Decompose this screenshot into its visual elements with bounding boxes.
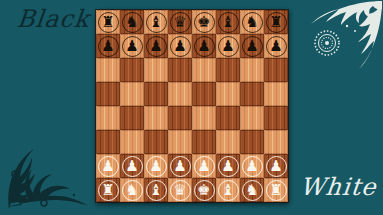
square-c6[interactable] — [144, 58, 168, 82]
square-c3[interactable] — [144, 130, 168, 154]
square-a5[interactable] — [96, 82, 120, 106]
square-d3[interactable] — [168, 130, 192, 154]
square-g4[interactable] — [240, 106, 264, 130]
square-b2[interactable]: ♟ — [120, 154, 144, 178]
square-g8[interactable]: ♞ — [240, 10, 264, 34]
square-h3[interactable] — [264, 130, 288, 154]
piece-white-rook: ♜ — [101, 182, 114, 197]
square-h5[interactable] — [264, 82, 288, 106]
piece-black-pawn: ♟ — [245, 38, 258, 53]
square-a7[interactable]: ♟ — [96, 34, 120, 58]
piece-black-pawn: ♟ — [197, 38, 210, 53]
square-g2[interactable]: ♟ — [240, 154, 264, 178]
square-b3[interactable] — [120, 130, 144, 154]
square-a4[interactable] — [96, 106, 120, 130]
piece-white-pawn: ♟ — [269, 158, 282, 173]
piece-ring: ♟ — [242, 156, 263, 177]
square-f7[interactable]: ♟ — [216, 34, 240, 58]
piece-ring: ♞ — [122, 180, 143, 201]
piece-white-king: ♚ — [197, 182, 210, 197]
square-c1[interactable]: ♝ — [144, 178, 168, 202]
square-h7[interactable]: ♟ — [264, 34, 288, 58]
square-g1[interactable]: ♞ — [240, 178, 264, 202]
square-g6[interactable] — [240, 58, 264, 82]
floral-corner-ornament-icon — [301, 0, 383, 70]
vine-corner-ornament-icon — [4, 145, 90, 211]
piece-black-knight: ♞ — [125, 14, 138, 29]
game-window: Black White ♜♞♝♛♚♝♞♜♟♟♟♟♟♟♟♟♟♟♟♟♟♟♟♟♜♞♝♛… — [0, 0, 383, 215]
square-d5[interactable] — [168, 82, 192, 106]
square-h2[interactable]: ♟ — [264, 154, 288, 178]
square-e1[interactable]: ♚ — [192, 178, 216, 202]
chess-board: ♜♞♝♛♚♝♞♜♟♟♟♟♟♟♟♟♟♟♟♟♟♟♟♟♜♞♝♛♚♝♞♜ — [96, 10, 288, 202]
square-c4[interactable] — [144, 106, 168, 130]
square-f8[interactable]: ♝ — [216, 10, 240, 34]
square-b4[interactable] — [120, 106, 144, 130]
piece-ring: ♝ — [146, 12, 167, 33]
piece-black-rook: ♜ — [269, 14, 282, 29]
piece-white-knight: ♞ — [125, 182, 138, 197]
piece-white-pawn: ♟ — [221, 158, 234, 173]
piece-ring: ♞ — [122, 12, 143, 33]
square-d6[interactable] — [168, 58, 192, 82]
piece-white-pawn: ♟ — [101, 158, 114, 173]
square-e6[interactable] — [192, 58, 216, 82]
piece-white-pawn: ♟ — [125, 158, 138, 173]
square-b1[interactable]: ♞ — [120, 178, 144, 202]
piece-ring: ♟ — [146, 36, 167, 57]
piece-ring: ♟ — [194, 156, 215, 177]
piece-ring: ♝ — [218, 12, 239, 33]
piece-ring: ♜ — [266, 12, 287, 33]
square-h1[interactable]: ♜ — [264, 178, 288, 202]
square-d2[interactable]: ♟ — [168, 154, 192, 178]
piece-ring: ♞ — [242, 180, 263, 201]
piece-ring: ♜ — [98, 180, 119, 201]
square-a3[interactable] — [96, 130, 120, 154]
square-a6[interactable] — [96, 58, 120, 82]
square-f6[interactable] — [216, 58, 240, 82]
piece-white-pawn: ♟ — [197, 158, 210, 173]
piece-white-pawn: ♟ — [149, 158, 162, 173]
square-f4[interactable] — [216, 106, 240, 130]
square-f5[interactable] — [216, 82, 240, 106]
piece-white-bishop: ♝ — [221, 182, 234, 197]
piece-ring: ♝ — [218, 180, 239, 201]
square-e3[interactable] — [192, 130, 216, 154]
piece-black-pawn: ♟ — [149, 38, 162, 53]
square-e8[interactable]: ♚ — [192, 10, 216, 34]
piece-black-pawn: ♟ — [101, 38, 114, 53]
piece-white-pawn: ♟ — [245, 158, 258, 173]
square-e7[interactable]: ♟ — [192, 34, 216, 58]
black-player-label: Black — [16, 5, 92, 33]
square-h8[interactable]: ♜ — [264, 10, 288, 34]
square-g3[interactable] — [240, 130, 264, 154]
square-a2[interactable]: ♟ — [96, 154, 120, 178]
square-d4[interactable] — [168, 106, 192, 130]
piece-black-pawn: ♟ — [125, 38, 138, 53]
square-a8[interactable]: ♜ — [96, 10, 120, 34]
square-c7[interactable]: ♟ — [144, 34, 168, 58]
piece-white-pawn: ♟ — [173, 158, 186, 173]
piece-ring: ♚ — [194, 180, 215, 201]
square-b5[interactable] — [120, 82, 144, 106]
piece-white-bishop: ♝ — [149, 182, 162, 197]
piece-black-pawn: ♟ — [221, 38, 234, 53]
piece-black-rook: ♜ — [101, 14, 114, 29]
piece-ring: ♟ — [266, 36, 287, 57]
square-c8[interactable]: ♝ — [144, 10, 168, 34]
piece-ring: ♟ — [170, 36, 191, 57]
square-d7[interactable]: ♟ — [168, 34, 192, 58]
piece-ring: ♟ — [170, 156, 191, 177]
piece-ring: ♟ — [218, 36, 239, 57]
piece-ring: ♞ — [242, 12, 263, 33]
piece-ring: ♟ — [98, 36, 119, 57]
piece-ring: ♝ — [146, 180, 167, 201]
square-e5[interactable] — [192, 82, 216, 106]
square-h6[interactable] — [264, 58, 288, 82]
piece-black-pawn: ♟ — [173, 38, 186, 53]
square-b6[interactable] — [120, 58, 144, 82]
piece-ring: ♟ — [266, 156, 287, 177]
square-c5[interactable] — [144, 82, 168, 106]
piece-ring: ♛ — [170, 12, 191, 33]
square-e2[interactable]: ♟ — [192, 154, 216, 178]
square-c2[interactable]: ♟ — [144, 154, 168, 178]
square-a1[interactable]: ♜ — [96, 178, 120, 202]
square-h4[interactable] — [264, 106, 288, 130]
piece-ring: ♟ — [242, 36, 263, 57]
piece-ring: ♟ — [98, 156, 119, 177]
white-player-label: White — [299, 173, 379, 201]
piece-white-rook: ♜ — [269, 182, 282, 197]
square-d1[interactable]: ♛ — [168, 178, 192, 202]
piece-black-pawn: ♟ — [269, 38, 282, 53]
square-f3[interactable] — [216, 130, 240, 154]
piece-black-bishop: ♝ — [221, 14, 234, 29]
square-f1[interactable]: ♝ — [216, 178, 240, 202]
piece-ring: ♟ — [122, 36, 143, 57]
piece-ring: ♛ — [170, 180, 191, 201]
piece-ring: ♜ — [98, 12, 119, 33]
square-f2[interactable]: ♟ — [216, 154, 240, 178]
piece-ring: ♟ — [122, 156, 143, 177]
piece-ring: ♚ — [194, 12, 215, 33]
piece-ring: ♜ — [266, 180, 287, 201]
piece-black-bishop: ♝ — [149, 14, 162, 29]
square-b8[interactable]: ♞ — [120, 10, 144, 34]
square-g5[interactable] — [240, 82, 264, 106]
piece-black-queen: ♛ — [173, 14, 186, 29]
piece-white-queen: ♛ — [173, 182, 186, 197]
piece-ring: ♟ — [146, 156, 167, 177]
square-e4[interactable] — [192, 106, 216, 130]
piece-white-knight: ♞ — [245, 182, 258, 197]
piece-black-king: ♚ — [197, 14, 210, 29]
piece-ring: ♟ — [194, 36, 215, 57]
square-d8[interactable]: ♛ — [168, 10, 192, 34]
square-g7[interactable]: ♟ — [240, 34, 264, 58]
piece-ring: ♟ — [218, 156, 239, 177]
piece-black-knight: ♞ — [245, 14, 258, 29]
square-b7[interactable]: ♟ — [120, 34, 144, 58]
